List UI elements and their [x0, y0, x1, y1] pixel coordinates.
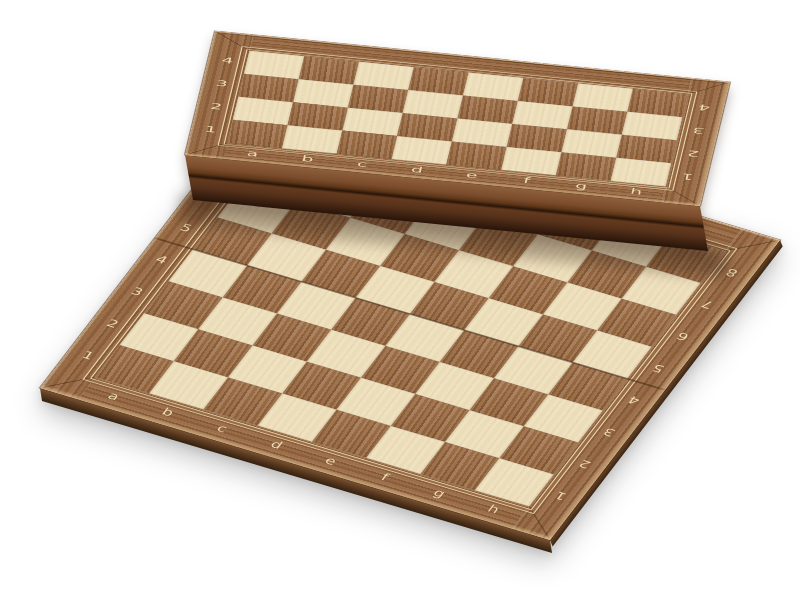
folded-board-group: abcdefgh11223344 [0, 0, 800, 600]
product-photo-stage: abcdefgh1122334455667788 abcdefgh1122334… [0, 0, 800, 600]
